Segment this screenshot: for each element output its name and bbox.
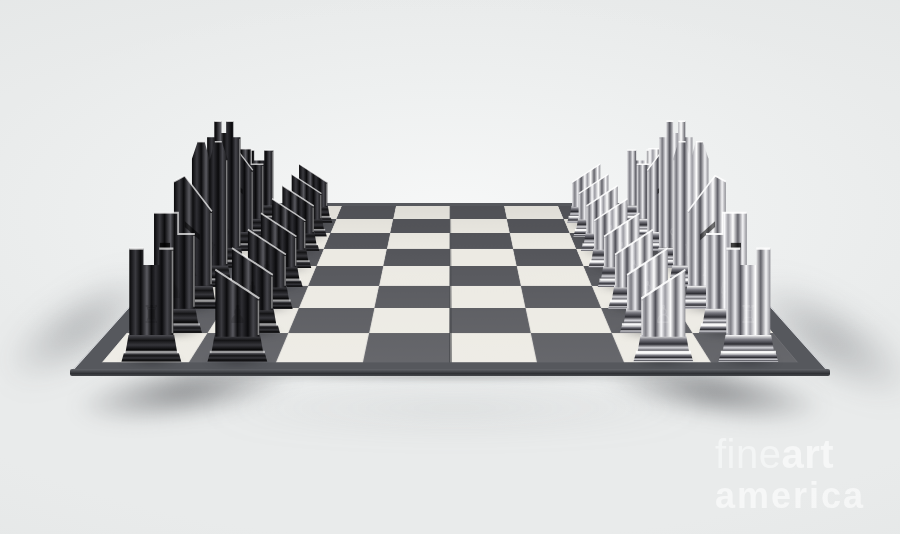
- chess-board: [71, 203, 829, 371]
- square-h1: [612, 206, 677, 219]
- watermark-line1: fineart: [715, 434, 865, 474]
- square-c6: [299, 286, 379, 308]
- square-c5: [374, 286, 450, 308]
- square-h3: [504, 206, 563, 219]
- square-d1: [650, 266, 733, 286]
- square-e4: [450, 249, 517, 266]
- square-e2: [576, 249, 650, 266]
- square-f1: [629, 233, 702, 249]
- square-b4: [450, 308, 531, 333]
- watermark-line2: america: [715, 478, 865, 514]
- square-e3: [513, 249, 583, 266]
- scene: ♜♟♙♖♞♟♙♘♝♟♙♗♚♟♙♔♛♟♙♕♝♟♙♗♞♟♙♘♜♟♙♖ fineart…: [0, 0, 900, 534]
- square-h2: [558, 206, 620, 219]
- square-g5: [390, 219, 450, 233]
- square-d3: [517, 266, 592, 286]
- square-d4: [450, 266, 521, 286]
- board-fold-seam: [449, 206, 452, 362]
- square-e7: [250, 249, 324, 266]
- floor-shadow-ambient: [110, 382, 800, 434]
- square-f3: [510, 233, 576, 249]
- square-d7: [237, 266, 316, 286]
- square-a4: [450, 333, 537, 362]
- square-h4: [450, 206, 507, 219]
- square-b3: [526, 308, 612, 333]
- square-a5: [363, 333, 450, 362]
- square-b5: [369, 308, 450, 333]
- square-g7: [271, 219, 337, 233]
- square-f2: [570, 233, 640, 249]
- square-b7: [207, 308, 299, 333]
- board-front-edge: [70, 369, 830, 376]
- square-g8: [211, 219, 280, 233]
- square-b6: [288, 308, 374, 333]
- svg-text:♟: ♟: [308, 184, 320, 201]
- square-c3: [521, 286, 601, 308]
- square-e6: [317, 249, 387, 266]
- square-g1: [620, 219, 689, 233]
- square-f6: [324, 233, 390, 249]
- square-e1: [639, 249, 717, 266]
- square-c7: [223, 286, 308, 308]
- square-g6: [330, 219, 393, 233]
- square-a1: [693, 333, 798, 362]
- watermark-art: art: [782, 432, 835, 476]
- square-h8: [223, 206, 288, 219]
- square-f8: [198, 233, 271, 249]
- square-g3: [507, 219, 570, 233]
- square-d5: [379, 266, 450, 286]
- square-f5: [387, 233, 450, 249]
- square-g2: [564, 219, 630, 233]
- svg-text:♜: ♜: [253, 184, 265, 201]
- square-e5: [383, 249, 450, 266]
- square-e8: [183, 249, 261, 266]
- square-f4: [450, 233, 513, 249]
- square-a7: [189, 333, 288, 362]
- square-b1: [677, 308, 774, 333]
- square-h6: [336, 206, 395, 219]
- svg-text:♖: ♖: [635, 184, 647, 201]
- square-d6: [308, 266, 383, 286]
- square-a6: [276, 333, 369, 362]
- square-c1: [663, 286, 753, 308]
- square-h5: [393, 206, 450, 219]
- square-h7: [280, 206, 342, 219]
- square-d8: [167, 266, 250, 286]
- square-a3: [531, 333, 624, 362]
- square-c4: [450, 286, 526, 308]
- square-d2: [583, 266, 662, 286]
- square-f7: [261, 233, 331, 249]
- square-g4: [450, 219, 510, 233]
- watermark-fine: fine: [715, 432, 782, 476]
- watermark: fineart america: [715, 434, 865, 514]
- svg-text:♙: ♙: [581, 184, 593, 201]
